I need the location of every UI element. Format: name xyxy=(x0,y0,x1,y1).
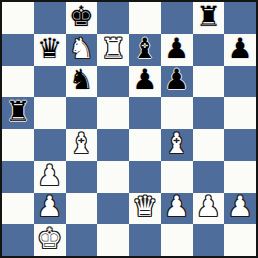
piece-white-bishop: ♝ xyxy=(164,130,189,158)
square-f4[interactable]: ♝ xyxy=(161,129,193,161)
square-d5[interactable] xyxy=(97,97,129,129)
piece-black-king: ♚ xyxy=(69,3,94,31)
square-g3[interactable] xyxy=(193,161,225,193)
square-f6[interactable]: ♟ xyxy=(161,66,193,98)
square-e4[interactable] xyxy=(129,129,161,161)
square-d4[interactable] xyxy=(97,129,129,161)
square-g6[interactable] xyxy=(193,66,225,98)
square-b7[interactable]: ♛ xyxy=(34,34,66,66)
square-c2[interactable] xyxy=(66,193,98,225)
piece-black-pawn: ♟ xyxy=(132,66,157,94)
piece-white-knight: ♞ xyxy=(69,35,94,63)
square-e2[interactable]: ♛ xyxy=(129,193,161,225)
piece-black-knight: ♞ xyxy=(69,66,94,94)
piece-black-pawn: ♟ xyxy=(164,66,189,94)
square-e1[interactable] xyxy=(129,224,161,256)
piece-black-rook: ♜ xyxy=(5,98,30,126)
square-e8[interactable] xyxy=(129,2,161,34)
square-a6[interactable] xyxy=(2,66,34,98)
square-a1[interactable] xyxy=(2,224,34,256)
piece-black-pawn: ♟ xyxy=(228,35,253,63)
square-e7[interactable]: ♝ xyxy=(129,34,161,66)
square-f8[interactable] xyxy=(161,2,193,34)
square-d6[interactable] xyxy=(97,66,129,98)
square-d3[interactable] xyxy=(97,161,129,193)
square-d7[interactable]: ♜ xyxy=(97,34,129,66)
square-c3[interactable] xyxy=(66,161,98,193)
square-b3[interactable]: ♟ xyxy=(34,161,66,193)
piece-white-pawn: ♟ xyxy=(196,193,221,221)
square-c8[interactable]: ♚ xyxy=(66,2,98,34)
square-c5[interactable] xyxy=(66,97,98,129)
square-h1[interactable] xyxy=(224,224,256,256)
square-b4[interactable] xyxy=(34,129,66,161)
square-c7[interactable]: ♞ xyxy=(66,34,98,66)
square-g7[interactable] xyxy=(193,34,225,66)
square-h5[interactable] xyxy=(224,97,256,129)
piece-black-queen: ♛ xyxy=(37,35,62,63)
square-h7[interactable]: ♟ xyxy=(224,34,256,66)
piece-white-pawn: ♟ xyxy=(37,193,62,221)
square-b5[interactable] xyxy=(34,97,66,129)
square-e5[interactable] xyxy=(129,97,161,129)
square-a8[interactable] xyxy=(2,2,34,34)
piece-black-rook: ♜ xyxy=(196,3,221,31)
piece-white-king: ♚ xyxy=(37,225,62,253)
square-d2[interactable] xyxy=(97,193,129,225)
square-a4[interactable] xyxy=(2,129,34,161)
square-d1[interactable] xyxy=(97,224,129,256)
square-d8[interactable] xyxy=(97,2,129,34)
square-h2[interactable]: ♟ xyxy=(224,193,256,225)
square-g5[interactable] xyxy=(193,97,225,129)
square-g2[interactable]: ♟ xyxy=(193,193,225,225)
square-b2[interactable]: ♟ xyxy=(34,193,66,225)
square-g1[interactable] xyxy=(193,224,225,256)
square-c4[interactable]: ♝ xyxy=(66,129,98,161)
square-f2[interactable]: ♟ xyxy=(161,193,193,225)
square-h6[interactable] xyxy=(224,66,256,98)
chess-board-frame: ♚♜♛♞♜♝♟♟♞♟♟♜♝♝♟♟♛♟♟♟♚ xyxy=(0,0,258,258)
square-a2[interactable] xyxy=(2,193,34,225)
square-c1[interactable] xyxy=(66,224,98,256)
square-e3[interactable] xyxy=(129,161,161,193)
square-b1[interactable]: ♚ xyxy=(34,224,66,256)
square-e6[interactable]: ♟ xyxy=(129,66,161,98)
piece-white-pawn: ♟ xyxy=(164,193,189,221)
piece-white-queen: ♛ xyxy=(132,193,157,221)
square-f1[interactable] xyxy=(161,224,193,256)
square-a3[interactable] xyxy=(2,161,34,193)
square-f3[interactable] xyxy=(161,161,193,193)
square-c6[interactable]: ♞ xyxy=(66,66,98,98)
square-h3[interactable] xyxy=(224,161,256,193)
square-f7[interactable]: ♟ xyxy=(161,34,193,66)
square-g4[interactable] xyxy=(193,129,225,161)
piece-white-rook: ♜ xyxy=(101,35,126,63)
square-a7[interactable] xyxy=(2,34,34,66)
square-b6[interactable] xyxy=(34,66,66,98)
square-h4[interactable] xyxy=(224,129,256,161)
piece-white-pawn: ♟ xyxy=(37,162,62,190)
square-f5[interactable] xyxy=(161,97,193,129)
square-h8[interactable] xyxy=(224,2,256,34)
square-a5[interactable]: ♜ xyxy=(2,97,34,129)
piece-black-bishop: ♝ xyxy=(132,35,157,63)
square-g8[interactable]: ♜ xyxy=(193,2,225,34)
chess-board: ♚♜♛♞♜♝♟♟♞♟♟♜♝♝♟♟♛♟♟♟♚ xyxy=(2,2,256,256)
piece-black-pawn: ♟ xyxy=(164,35,189,63)
square-b8[interactable] xyxy=(34,2,66,34)
piece-white-pawn: ♟ xyxy=(228,193,253,221)
piece-white-bishop: ♝ xyxy=(69,130,94,158)
